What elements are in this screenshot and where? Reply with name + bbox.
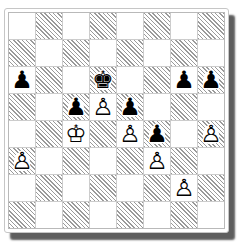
square-d4 <box>90 121 116 147</box>
black-pawn-e5: ♟ <box>117 94 143 120</box>
square-c4: ♔ <box>63 121 89 147</box>
square-e5: ♟ <box>117 94 143 120</box>
black-pawn-g6: ♟ <box>171 67 197 93</box>
square-h1 <box>198 202 224 228</box>
square-e4: ♙ <box>117 121 143 147</box>
square-e6 <box>117 67 143 93</box>
square-h7 <box>198 40 224 66</box>
white-pawn-d5: ♙ <box>90 94 116 120</box>
square-d5: ♙ <box>90 94 116 120</box>
white-king-c4: ♔ <box>63 121 89 147</box>
square-h4: ♙ <box>198 121 224 147</box>
square-h5 <box>198 94 224 120</box>
black-pawn-f4: ♟ <box>144 121 170 147</box>
black-pawn-h6: ♟ <box>198 67 224 93</box>
square-h8 <box>198 13 224 39</box>
square-d3 <box>90 148 116 174</box>
square-d1 <box>90 202 116 228</box>
square-b3 <box>36 148 62 174</box>
square-c6 <box>63 67 89 93</box>
square-f6 <box>144 67 170 93</box>
square-g7 <box>171 40 197 66</box>
square-f1 <box>144 202 170 228</box>
square-a4 <box>9 121 35 147</box>
square-e1 <box>117 202 143 228</box>
square-f7 <box>144 40 170 66</box>
square-f8 <box>144 13 170 39</box>
square-g3 <box>171 148 197 174</box>
square-b8 <box>36 13 62 39</box>
square-a1 <box>9 202 35 228</box>
square-b7 <box>36 40 62 66</box>
square-b5 <box>36 94 62 120</box>
square-c3 <box>63 148 89 174</box>
square-h6: ♟ <box>198 67 224 93</box>
square-e3 <box>117 148 143 174</box>
square-g4 <box>171 121 197 147</box>
square-g6: ♟ <box>171 67 197 93</box>
square-d2 <box>90 175 116 201</box>
white-pawn-a3: ♙ <box>9 148 35 174</box>
square-e2 <box>117 175 143 201</box>
square-f4: ♟ <box>144 121 170 147</box>
square-b6 <box>36 67 62 93</box>
square-c1 <box>63 202 89 228</box>
square-d6: ♚ <box>90 67 116 93</box>
square-g8 <box>171 13 197 39</box>
square-g2: ♙ <box>171 175 197 201</box>
square-a3: ♙ <box>9 148 35 174</box>
square-f5 <box>144 94 170 120</box>
chess-diagram: ♟♚♟♟♟♙♟♔♙♟♙♙♙♙ <box>4 8 229 233</box>
square-d8 <box>90 13 116 39</box>
black-pawn-c5: ♟ <box>63 94 89 120</box>
white-pawn-h4: ♙ <box>198 121 224 147</box>
square-b2 <box>36 175 62 201</box>
square-b1 <box>36 202 62 228</box>
square-f3: ♙ <box>144 148 170 174</box>
square-c5: ♟ <box>63 94 89 120</box>
square-e8 <box>117 13 143 39</box>
white-pawn-f3: ♙ <box>144 148 170 174</box>
square-b4 <box>36 121 62 147</box>
square-c8 <box>63 13 89 39</box>
square-g5 <box>171 94 197 120</box>
square-a2 <box>9 175 35 201</box>
black-pawn-a6: ♟ <box>9 67 35 93</box>
square-a7 <box>9 40 35 66</box>
white-pawn-g2: ♙ <box>171 175 197 201</box>
square-a6: ♟ <box>9 67 35 93</box>
chess-board: ♟♚♟♟♟♙♟♔♙♟♙♙♙♙ <box>8 12 225 229</box>
square-a5 <box>9 94 35 120</box>
black-king-d6: ♚ <box>90 67 116 93</box>
white-pawn-e4: ♙ <box>117 121 143 147</box>
square-e7 <box>117 40 143 66</box>
square-f2 <box>144 175 170 201</box>
square-c2 <box>63 175 89 201</box>
square-h2 <box>198 175 224 201</box>
square-d7 <box>90 40 116 66</box>
square-a8 <box>9 13 35 39</box>
square-c7 <box>63 40 89 66</box>
square-g1 <box>171 202 197 228</box>
square-h3 <box>198 148 224 174</box>
